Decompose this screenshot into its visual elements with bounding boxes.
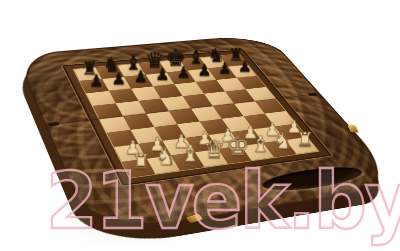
product-photo: ♜♞♝♛♚♝♞♜♟♟♟♟♟♟♟♟♟♟♟♟♟♟♟♟♜♞♝♛♚♝♞♜ 21vek.b… bbox=[0, 0, 400, 251]
piece-black-pawn: ♟ bbox=[129, 68, 152, 84]
piece-white-queen: ♛ bbox=[201, 137, 227, 162]
board-inner-frame: ♜♞♝♛♚♝♞♜♟♟♟♟♟♟♟♟♟♟♟♟♟♟♟♟♜♞♝♛♚♝♞♜ bbox=[62, 49, 332, 186]
chess-board: ♜♞♝♛♚♝♞♜♟♟♟♟♟♟♟♟♟♟♟♟♟♟♟♟♜♞♝♛♚♝♞♜ bbox=[15, 33, 400, 235]
piece-white-rook: ♜ bbox=[293, 129, 318, 149]
square-a5 bbox=[93, 103, 123, 119]
hinge-icon bbox=[48, 121, 60, 126]
piece-black-pawn: ♟ bbox=[107, 70, 130, 86]
piece-white-bishop: ♝ bbox=[177, 142, 203, 165]
scene: ♜♞♝♛♚♝♞♜♟♟♟♟♟♟♟♟♟♟♟♟♟♟♟♟♜♞♝♛♚♝♞♜ bbox=[0, 0, 400, 251]
piece-black-pawn: ♟ bbox=[214, 60, 236, 76]
piece-white-rook: ♜ bbox=[128, 151, 155, 172]
piece-white-knight: ♞ bbox=[271, 130, 296, 152]
square-h4 bbox=[255, 98, 286, 113]
square-a1: ♜ bbox=[122, 158, 155, 177]
brass-latch-icon bbox=[186, 213, 204, 223]
square-b6 bbox=[109, 88, 139, 103]
board-grid: ♜♞♝♛♚♝♞♜♟♟♟♟♟♟♟♟♟♟♟♟♟♟♟♟♜♞♝♛♚♝♞♜ bbox=[74, 54, 318, 177]
carry-handle-cutout bbox=[257, 163, 368, 195]
piece-black-pawn: ♟ bbox=[193, 62, 215, 78]
brass-latch-icon bbox=[347, 125, 358, 132]
square-a7: ♟ bbox=[80, 78, 109, 92]
piece-black-pawn: ♟ bbox=[151, 66, 174, 82]
piece-black-pawn: ♟ bbox=[84, 72, 107, 89]
piece-white-king: ♚ bbox=[225, 132, 251, 159]
piece-black-pawn: ♟ bbox=[172, 64, 195, 80]
piece-black-pawn: ♟ bbox=[234, 58, 256, 74]
piece-white-bishop: ♝ bbox=[248, 133, 273, 155]
piece-white-knight: ♞ bbox=[153, 145, 179, 168]
